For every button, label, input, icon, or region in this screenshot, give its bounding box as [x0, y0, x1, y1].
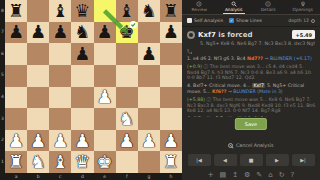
engine-spinner-icon	[311, 19, 315, 23]
forced-move-icon	[187, 31, 195, 39]
square-g3[interactable]	[138, 108, 160, 130]
file-coordinates: abcdefgh	[5, 173, 182, 180]
assessment-verdict: is forced	[216, 31, 253, 39]
show-lines-toggle[interactable]: ✓ Show Lines	[229, 18, 262, 23]
file-label: d	[71, 173, 93, 180]
square-a6[interactable]	[5, 43, 27, 65]
piece-white-pawn[interactable]: ♟	[119, 131, 135, 149]
square-g6[interactable]: ♟	[138, 43, 160, 65]
engine-depth: depth 12	[288, 18, 315, 23]
tab-details-label: Details	[261, 8, 276, 12]
variation-fork-icon	[187, 49, 193, 54]
square-b7[interactable]: ♟	[27, 22, 49, 44]
self-analysis-toggle[interactable]: Self Analysis	[187, 18, 223, 23]
piece-white-pawn[interactable]: ♟	[74, 131, 90, 149]
square-f1[interactable]	[116, 151, 138, 173]
square-b3[interactable]	[27, 108, 49, 130]
piece-white-knight[interactable]: ♞	[119, 109, 135, 127]
eval-badge: +5.49	[292, 30, 315, 39]
piece-white-queen[interactable]: ♛	[74, 153, 90, 171]
square-a5[interactable]	[5, 65, 27, 87]
move-token[interactable]: Kf6??	[212, 89, 226, 94]
square-c8[interactable]: ♝	[49, 0, 71, 22]
square-g5[interactable]	[138, 65, 160, 87]
square-d6[interactable]: ♟	[71, 43, 93, 65]
piece-black-knight[interactable]: ♞	[74, 23, 90, 41]
square-f3[interactable]: ♞	[116, 108, 138, 130]
tab-openings-label: Openings	[293, 8, 313, 12]
piece-black-queen[interactable]: ♛	[74, 1, 90, 19]
square-h4[interactable]	[160, 87, 182, 109]
square-g1[interactable]	[138, 151, 160, 173]
tab-details[interactable]: Details	[251, 0, 286, 14]
move-token[interactable]: BLUNDER (+6.17)	[270, 56, 312, 61]
square-c7[interactable]: ♟	[49, 22, 71, 44]
piece-black-bishop[interactable]: ♝	[52, 1, 68, 19]
engine-line[interactable]: 5. Ng5+ Ke8 6. Ne6 Bg7 7. Nc3 Bxc3 8. dx…	[200, 41, 315, 46]
square-b4[interactable]	[27, 87, 49, 109]
move-token[interactable]: 6. Qf3+ Kxg5 7. d4+ Kh4 8. Qh3#	[187, 116, 267, 117]
piece-white-pawn[interactable]: ♟	[141, 131, 157, 149]
square-e4[interactable]: ♟	[94, 87, 116, 109]
analysis-options: Self Analysis ✓ Show Lines depth 12	[182, 15, 320, 26]
move-line[interactable]: (+0.9) ⓘ The best move was 3... c5 4. d4…	[187, 64, 316, 81]
edit-icon[interactable]: ✎	[256, 172, 262, 180]
piece-black-rook[interactable]: ♜	[8, 1, 24, 19]
tab-openings[interactable]: Openings	[286, 0, 320, 14]
square-b6[interactable]	[27, 43, 49, 65]
move-token[interactable]: Nd7??	[247, 56, 263, 61]
help-icon[interactable]: ?	[291, 172, 295, 180]
square-e1[interactable]: ♚	[94, 151, 116, 173]
settings-gear-icon[interactable]: ⚙	[244, 172, 250, 180]
tab-analysis[interactable]: Analysis	[217, 0, 252, 14]
assessment-title: Kxf7 is forced	[198, 31, 253, 39]
engine-line-text[interactable]: 5. Ng5+ Ke8 6. Ne6 Bg7 7. Nc3 Bxc3 8. dx…	[200, 41, 315, 46]
square-d2[interactable]: ♟	[71, 130, 93, 152]
square-d5[interactable]	[71, 65, 93, 87]
square-g4[interactable]	[138, 87, 160, 109]
move-line[interactable]: (+5.88) ⓘ The best move was 5... Ke8 6. …	[187, 97, 316, 114]
square-h2[interactable]: ♟	[160, 130, 182, 152]
cancel-icon	[228, 143, 233, 148]
add-icon[interactable]: +	[208, 172, 214, 180]
piece-black-pawn[interactable]: ♟	[96, 23, 112, 41]
square-c5[interactable]	[49, 65, 71, 87]
piece-black-pawn[interactable]: ♟	[8, 23, 24, 41]
move-token[interactable]: ⓘ The best move was 3... c5 4. d4 cxd4 5…	[187, 64, 312, 80]
analysis-panel: Review Analysis Details Openings Self An…	[182, 0, 320, 180]
file-label: b	[27, 173, 49, 180]
square-g7[interactable]	[138, 22, 160, 44]
previous-move-button[interactable]: ◀	[214, 154, 237, 166]
square-h5[interactable]	[160, 65, 182, 87]
piece-black-knight[interactable]: ♞	[141, 1, 157, 19]
chess-board[interactable]: ♜♝♛♝♞♜♟♟♟♞♟♚♟♟♟♟♞♟♟♟♟♟♟♟♜♞♝♛♚♜	[5, 0, 182, 173]
playback-controls: |◀◀■▶▶|	[182, 154, 320, 166]
self-analysis-checkbox[interactable]	[187, 18, 192, 23]
piece-white-rook[interactable]: ♜	[163, 153, 179, 171]
depth-label: depth 12	[288, 18, 309, 23]
cancel-analysis-button[interactable]: Cancel Analysis	[182, 143, 320, 148]
piece-white-rook[interactable]: ♜	[8, 153, 24, 171]
square-e3[interactable]	[94, 108, 116, 130]
piece-white-bishop[interactable]: ♝	[52, 153, 68, 171]
show-lines-checkbox[interactable]: ✓	[229, 18, 234, 23]
file-label: g	[138, 173, 160, 180]
square-h6[interactable]	[160, 43, 182, 65]
square-a7[interactable]: ♟	[5, 22, 27, 44]
file-label: a	[5, 173, 27, 180]
square-c6[interactable]	[49, 43, 71, 65]
square-d1[interactable]: ♛	[71, 151, 93, 173]
board-area: 87654321 ♜♝♛♝♞♜♟♟♟♞♟♚♟♟♟♟♞♟♟♟♟♟♟♟♜♞♝♛♚♜ …	[0, 0, 182, 180]
square-f6[interactable]	[116, 43, 138, 65]
self-analysis-label: Self Analysis	[194, 18, 223, 23]
move-list: 1. e4 d6 2. Nf3 g6 3. Bc4 Nd7?? → BLUNDE…	[182, 55, 320, 117]
stop-button[interactable]: ■	[240, 154, 263, 166]
square-f2[interactable]: ♟	[116, 130, 138, 152]
move-assessment-header: Kxf7 is forced +5.49 5. Ng5+ Ke8 6. Ne6 …	[182, 26, 320, 47]
square-b8[interactable]	[27, 0, 49, 22]
square-f4[interactable]	[116, 87, 138, 109]
home-icon[interactable]: ⌂	[268, 172, 272, 180]
square-a2[interactable]: ♟	[5, 130, 27, 152]
square-d3[interactable]	[71, 108, 93, 130]
piece-black-pawn[interactable]: ♟	[52, 23, 68, 41]
tab-review[interactable]: Review	[182, 0, 217, 14]
move-line[interactable]: 4. Bxf7+ Critical move. 4... Kxf7 5. Ng5…	[187, 83, 316, 94]
tab-review-label: Review	[192, 8, 207, 12]
piece-black-pawn[interactable]: ♟	[163, 23, 179, 41]
square-c3[interactable]	[49, 108, 71, 130]
square-a4[interactable]	[5, 87, 27, 109]
move-token[interactable]: 4. Bxf7+ Critical move. 4...	[187, 83, 252, 88]
move-token[interactable]: Kxf7	[252, 83, 265, 88]
assessment-move: Kxf7	[198, 31, 216, 39]
square-f5[interactable]	[116, 65, 138, 87]
cancel-analysis-label: Cancel Analysis	[236, 143, 274, 148]
first-move-button[interactable]: |◀	[188, 154, 211, 166]
square-b5[interactable]	[27, 65, 49, 87]
square-h7[interactable]: ♟	[160, 22, 182, 44]
move-token[interactable]: (+0.9)	[187, 64, 202, 69]
piece-black-pawn[interactable]: ♟	[141, 45, 157, 63]
piece-black-pawn[interactable]: ♟	[74, 45, 90, 63]
last-move-button[interactable]: ▶|	[292, 154, 315, 166]
move-line[interactable]: 6. Qf3+ Kxg5 7. d4+ Kh4 8. Qh3#	[187, 116, 316, 117]
square-b2[interactable]: ♟	[27, 130, 49, 152]
piece-white-knight[interactable]: ♞	[30, 153, 46, 171]
file-label: c	[49, 173, 71, 180]
square-e5[interactable]	[94, 65, 116, 87]
square-e2[interactable]	[94, 130, 116, 152]
square-h3[interactable]	[160, 108, 182, 130]
square-c4[interactable]	[49, 87, 71, 109]
square-d7[interactable]: ♞	[71, 22, 93, 44]
move-token[interactable]: ⓘ The best move was 5... Ke8 6. Ne6 Bg7 …	[187, 97, 315, 113]
next-move-button[interactable]: ▶	[266, 154, 289, 166]
square-d8[interactable]: ♛	[71, 0, 93, 22]
variation-fork-row	[182, 47, 320, 55]
move-token[interactable]: BLUNDER (Mate in 3)	[233, 89, 282, 94]
square-a8[interactable]: ♜	[5, 0, 27, 22]
square-f8[interactable]: ♝	[116, 0, 138, 22]
show-lines-label: Show Lines	[236, 18, 262, 23]
piece-black-rook[interactable]: ♜	[163, 1, 179, 19]
square-c1[interactable]: ♝	[49, 151, 71, 173]
tab-analysis-label: Analysis	[225, 8, 243, 12]
square-b1[interactable]: ♞	[27, 151, 49, 173]
piece-black-bishop[interactable]: ♝	[119, 1, 135, 19]
file-label: f	[116, 173, 138, 180]
chess-analysis-app: 87654321 ♜♝♛♝♞♜♟♟♟♞♟♚♟♟♟♟♞♟♟♟♟♟♟♟♜♞♝♛♚♜ …	[0, 0, 320, 180]
square-e7[interactable]: ♟	[94, 22, 116, 44]
square-e8[interactable]	[94, 0, 116, 22]
piece-white-pawn[interactable]: ♟	[8, 131, 24, 149]
square-e6[interactable]	[94, 43, 116, 65]
piece-white-king[interactable]: ♚	[96, 153, 112, 171]
square-f7[interactable]: ♚	[116, 22, 138, 44]
square-h1[interactable]: ♜	[160, 151, 182, 173]
piece-white-pawn[interactable]: ♟	[30, 131, 46, 149]
refresh-icon[interactable]: ↻	[279, 172, 285, 180]
piece-white-pawn[interactable]: ♟	[96, 88, 112, 106]
square-a3[interactable]	[5, 108, 27, 130]
file-label: h	[160, 173, 182, 180]
board-icon[interactable]: ▤	[220, 172, 227, 180]
square-h8[interactable]: ♜	[160, 0, 182, 22]
piece-white-pawn[interactable]: ♟	[52, 131, 68, 149]
file-label: e	[94, 173, 116, 180]
upload-icon[interactable]: ↥	[232, 172, 238, 180]
panel-tabs: Review Analysis Details Openings	[182, 0, 320, 15]
bottom-toolbar: +▤↥⚙✎⌂↻?	[182, 172, 320, 180]
move-line[interactable]: 1. e4 d6 2. Nf3 g6 3. Bc4 Nd7?? → BLUNDE…	[187, 56, 316, 62]
move-token[interactable]: →	[263, 56, 270, 61]
move-token[interactable]: 1. e4 d6 2. Nf3 g6 3. Bc4	[187, 56, 247, 61]
square-g8[interactable]: ♞	[138, 0, 160, 22]
square-a1[interactable]: ♜	[5, 151, 27, 173]
piece-white-pawn[interactable]: ♟	[163, 131, 179, 149]
square-c2[interactable]: ♟	[49, 130, 71, 152]
square-d4[interactable]	[71, 87, 93, 109]
piece-black-king[interactable]: ♚	[119, 23, 135, 41]
piece-black-pawn[interactable]: ♟	[30, 23, 46, 41]
square-g2[interactable]: ♟	[138, 130, 160, 152]
save-button[interactable]: Save	[235, 118, 267, 130]
move-token[interactable]: (+5.88)	[187, 97, 205, 102]
